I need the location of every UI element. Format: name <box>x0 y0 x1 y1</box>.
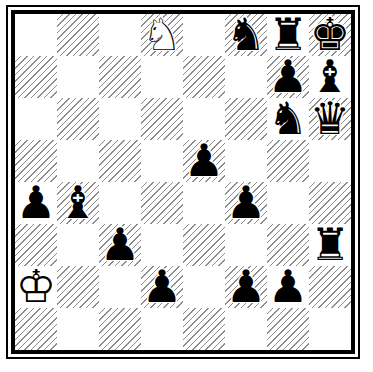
square-d4[interactable] <box>141 182 183 224</box>
square-g6[interactable]: ♞ <box>267 98 309 140</box>
diagram-inner-frame: ♞♘♞♜♚♟♝♞♛♟♟♝♟♟♜♚♔♟♟♟ <box>11 10 355 354</box>
black-rook-h3[interactable]: ♜ <box>309 224 351 266</box>
black-bishop-b4[interactable]: ♝ <box>57 182 99 224</box>
square-g4[interactable] <box>267 182 309 224</box>
square-e2[interactable] <box>183 266 225 308</box>
square-g1[interactable] <box>267 308 309 350</box>
square-c5[interactable] <box>99 140 141 182</box>
black-knight-g6[interactable]: ♞ <box>267 98 309 140</box>
square-c3[interactable]: ♟ <box>99 224 141 266</box>
square-f4[interactable]: ♟ <box>225 182 267 224</box>
square-b1[interactable] <box>57 308 99 350</box>
black-queen-h6[interactable]: ♛ <box>309 98 351 140</box>
black-pawn-g2[interactable]: ♟ <box>267 266 309 308</box>
square-b7[interactable] <box>57 56 99 98</box>
square-h5[interactable] <box>309 140 351 182</box>
square-f7[interactable] <box>225 56 267 98</box>
square-h3[interactable]: ♜ <box>309 224 351 266</box>
black-pawn-f4[interactable]: ♟ <box>225 182 267 224</box>
square-a1[interactable] <box>15 308 57 350</box>
square-b3[interactable] <box>57 224 99 266</box>
square-b6[interactable] <box>57 98 99 140</box>
square-h1[interactable] <box>309 308 351 350</box>
square-h6[interactable]: ♛ <box>309 98 351 140</box>
square-a6[interactable] <box>15 98 57 140</box>
black-pawn-f2[interactable]: ♟ <box>225 266 267 308</box>
square-e5[interactable]: ♟ <box>183 140 225 182</box>
square-d1[interactable] <box>141 308 183 350</box>
square-b2[interactable] <box>57 266 99 308</box>
square-c6[interactable] <box>99 98 141 140</box>
square-f6[interactable] <box>225 98 267 140</box>
square-a4[interactable]: ♟ <box>15 182 57 224</box>
diagram-outer-frame: ♞♘♞♜♚♟♝♞♛♟♟♝♟♟♜♚♔♟♟♟ <box>6 5 360 359</box>
black-pawn-a4[interactable]: ♟ <box>15 182 57 224</box>
square-g2[interactable]: ♟ <box>267 266 309 308</box>
square-d8[interactable]: ♞♘ <box>141 14 183 56</box>
black-pawn-d2[interactable]: ♟ <box>141 266 183 308</box>
white-knight-d8[interactable]: ♘ <box>141 14 183 56</box>
square-e1[interactable] <box>183 308 225 350</box>
white-king-a2[interactable]: ♔ <box>15 266 57 308</box>
square-a7[interactable] <box>15 56 57 98</box>
square-d7[interactable] <box>141 56 183 98</box>
square-c8[interactable] <box>99 14 141 56</box>
square-a2[interactable]: ♚♔ <box>15 266 57 308</box>
square-f8[interactable]: ♞ <box>225 14 267 56</box>
square-b4[interactable]: ♝ <box>57 182 99 224</box>
square-h2[interactable] <box>309 266 351 308</box>
black-pawn-e5[interactable]: ♟ <box>183 140 225 182</box>
square-e4[interactable] <box>183 182 225 224</box>
square-a8[interactable] <box>15 14 57 56</box>
square-c2[interactable] <box>99 266 141 308</box>
square-f2[interactable]: ♟ <box>225 266 267 308</box>
square-d5[interactable] <box>141 140 183 182</box>
square-f1[interactable] <box>225 308 267 350</box>
square-e7[interactable] <box>183 56 225 98</box>
square-c1[interactable] <box>99 308 141 350</box>
square-d2[interactable]: ♟ <box>141 266 183 308</box>
square-e3[interactable] <box>183 224 225 266</box>
square-c7[interactable] <box>99 56 141 98</box>
square-g5[interactable] <box>267 140 309 182</box>
square-b8[interactable] <box>57 14 99 56</box>
black-pawn-c3[interactable]: ♟ <box>99 224 141 266</box>
chess-board: ♞♘♞♜♚♟♝♞♛♟♟♝♟♟♜♚♔♟♟♟ <box>15 14 351 350</box>
black-knight-f8[interactable]: ♞ <box>225 14 267 56</box>
square-d6[interactable] <box>141 98 183 140</box>
square-e8[interactable] <box>183 14 225 56</box>
